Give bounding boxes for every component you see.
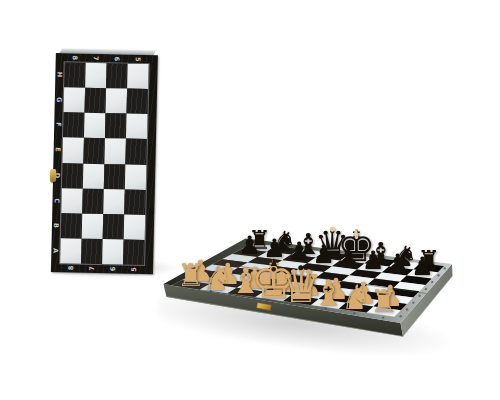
screw-icon	[238, 295, 240, 297]
screw-icon	[296, 303, 298, 305]
screw-icon	[437, 274, 439, 276]
chess-set-product-photo: HGFEDCBA 8765 8765 ♜♞♝♛♚♝♞♜♟♟♟♟♟♟♟♟♟♟♟♟♟…	[0, 0, 500, 400]
screw-icon	[412, 301, 414, 303]
screw-icon	[382, 316, 384, 318]
screw-icon	[267, 299, 269, 301]
screw-icon	[444, 267, 446, 269]
screw-icon	[418, 295, 420, 297]
screw-icon	[210, 290, 212, 292]
screw-icon	[431, 281, 433, 283]
screw-icon	[353, 312, 355, 314]
open-chessboard	[0, 0, 500, 400]
screw-icon	[425, 288, 427, 290]
screw-icon	[400, 315, 402, 317]
screw-icon	[406, 308, 408, 310]
screw-icon	[181, 286, 183, 288]
screw-icon	[325, 308, 327, 310]
